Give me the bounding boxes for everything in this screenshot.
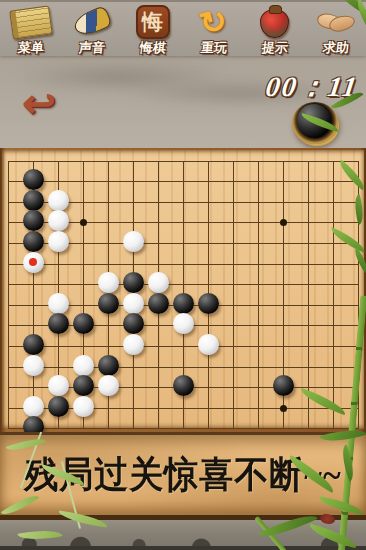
star-point [80,219,87,226]
white-stone [23,396,44,417]
white-stone [48,231,69,252]
hint-label: 提示 [261,41,288,55]
black-stone [73,313,94,334]
banner-text: 残局过关惊喜不断~~ [24,450,341,500]
star-point [280,405,287,412]
toolbar-button-undo[interactable]: 悔 悔棋 [125,4,181,56]
white-stone [73,355,94,376]
black-stone [73,375,94,396]
black-stone [23,190,44,211]
sound-label: 声音 [78,41,105,55]
white-stone [98,272,119,293]
game-screen: 菜单 声音 悔 悔棋 ↻ 重玩 提示 求助 ↩ 00：11 [0,0,366,550]
white-stone [173,313,194,334]
black-stone [98,355,119,376]
replay-swirl-icon: ↻ [196,3,230,41]
black-stone [98,293,119,314]
black-stone [173,375,194,396]
white-stone [198,334,219,355]
last-move-marker [29,258,37,266]
black-stone [173,293,194,314]
black-stone-icon [297,104,331,138]
white-stone [123,231,144,252]
toolbar-button-menu[interactable]: 菜单 [3,4,59,56]
black-stone [273,375,294,396]
white-stone [48,375,69,396]
white-stone [48,190,69,211]
pouch-hint-icon [260,9,289,38]
undo-move-icon: 悔 [136,5,170,39]
undo-label: 悔棋 [139,41,166,55]
black-stone [198,293,219,314]
bottom-landscape [0,520,366,550]
black-stone [123,272,144,293]
toolbar-button-help[interactable]: 求助 [308,4,364,56]
back-button[interactable]: ↩ [16,82,62,124]
black-stone [23,334,44,355]
black-stone [23,169,44,190]
black-stone [48,396,69,417]
toolbar-button-sound[interactable]: 声音 [64,4,120,56]
white-stone [48,210,69,231]
toolbar-button-hint[interactable]: 提示 [247,4,303,56]
star-point [280,219,287,226]
horn-sound-icon [71,5,113,39]
promo-banner: 残局过关惊喜不断~~ [0,432,366,520]
menu-label: 菜单 [17,41,44,55]
black-stone [23,210,44,231]
white-stone [23,355,44,376]
game-timer: 00：11 [263,68,361,106]
top-toolbar: 菜单 声音 悔 悔棋 ↻ 重玩 提示 求助 [0,0,366,56]
white-stone [23,252,44,273]
undo-icon-char: 悔 [142,8,163,36]
replay-label: 重玩 [200,41,227,55]
white-stone [98,375,119,396]
white-stone [148,272,169,293]
black-stone [123,313,144,334]
help-label: 求助 [322,41,349,55]
white-stone [48,293,69,314]
black-stone [23,231,44,252]
go-board[interactable] [0,148,366,432]
handshake-help-icon [317,10,355,34]
toolbar-button-replay[interactable]: ↻ 重玩 [186,4,242,56]
board-grid[interactable] [0,148,366,432]
black-stone [148,293,169,314]
white-stone [73,396,94,417]
black-stone [23,416,44,432]
white-stone [123,334,144,355]
turn-indicator-black-stone [292,102,338,144]
scroll-menu-icon [9,5,53,39]
black-stone [48,313,69,334]
white-stone [123,293,144,314]
